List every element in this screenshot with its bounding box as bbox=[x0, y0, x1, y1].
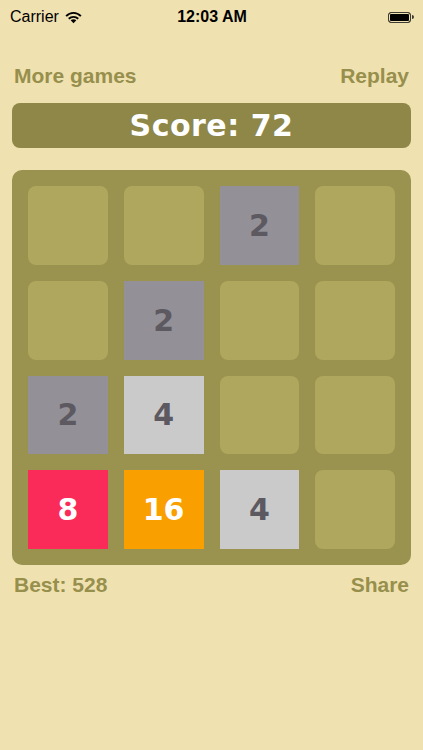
battery-body bbox=[388, 12, 411, 23]
footer-row: Best: 528 Share bbox=[0, 573, 423, 597]
share-button[interactable]: Share bbox=[351, 573, 409, 597]
status-right bbox=[247, 12, 414, 23]
tile-4: 4 bbox=[220, 470, 300, 549]
carrier-label: Carrier bbox=[10, 8, 59, 26]
status-bar: Carrier 12:03 AM bbox=[0, 0, 423, 28]
more-games-button[interactable]: More games bbox=[14, 64, 137, 88]
empty-cell bbox=[315, 376, 395, 455]
empty-cell bbox=[315, 470, 395, 549]
clock: 12:03 AM bbox=[177, 8, 247, 26]
tile-4: 4 bbox=[124, 376, 204, 455]
empty-cell bbox=[28, 281, 108, 360]
wifi-icon bbox=[64, 10, 83, 24]
empty-cell bbox=[28, 186, 108, 265]
empty-cell bbox=[315, 186, 395, 265]
tile-2: 2 bbox=[124, 281, 204, 360]
status-left: Carrier bbox=[10, 8, 177, 26]
tile-2: 2 bbox=[220, 186, 300, 265]
tile-8: 8 bbox=[28, 470, 108, 549]
tile-16: 16 bbox=[124, 470, 204, 549]
battery-nub bbox=[412, 15, 414, 19]
app-screen: Carrier 12:03 AM More games Replay Score… bbox=[0, 0, 423, 750]
empty-cell bbox=[220, 281, 300, 360]
best-score-label: Best: 528 bbox=[14, 573, 107, 597]
empty-cell bbox=[220, 376, 300, 455]
tile-2: 2 bbox=[28, 376, 108, 455]
empty-cell bbox=[124, 186, 204, 265]
score-label: Score: 72 bbox=[130, 108, 294, 143]
nav-row: More games Replay bbox=[0, 64, 423, 88]
score-bar: Score: 72 bbox=[12, 103, 411, 148]
replay-button[interactable]: Replay bbox=[340, 64, 409, 88]
battery-icon bbox=[388, 12, 414, 23]
board[interactable]: 22248164 bbox=[12, 170, 411, 565]
empty-cell bbox=[315, 281, 395, 360]
